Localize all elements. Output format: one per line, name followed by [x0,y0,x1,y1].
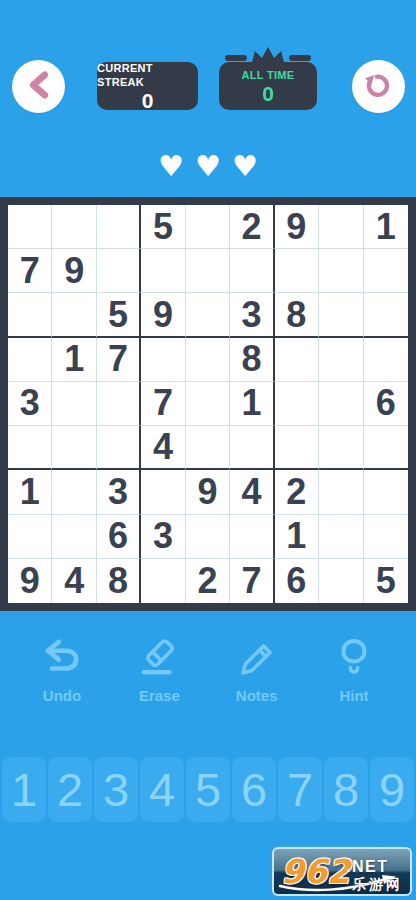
cell-r2c7[interactable] [275,249,319,293]
cell-r7c3[interactable]: 3 [97,470,141,514]
heart-icon: ♥ [232,149,258,183]
numpad: 123456789 [2,757,414,822]
hint-button[interactable]: Hint [320,637,388,704]
cell-r7c8[interactable] [319,470,363,514]
undo-icon [39,637,85,677]
numpad-key-6[interactable]: 6 [232,757,276,822]
current-streak-label: CURRENT STREAK [97,61,198,89]
cell-r4c6[interactable]: 8 [230,338,274,382]
sudoku-app-screen: CURRENT STREAK 0 ALL TIME 0 ♥♥♥ 52917959… [0,0,416,900]
cell-r3c4[interactable]: 9 [141,293,185,337]
cell-r2c4[interactable] [141,249,185,293]
cell-r7c5[interactable]: 9 [186,470,230,514]
cell-r7c6[interactable]: 4 [230,470,274,514]
erase-label: Erase [139,687,180,704]
cell-r4c1[interactable] [8,338,52,382]
cell-r4c7[interactable] [275,338,319,382]
cell-r1c6[interactable]: 2 [230,205,274,249]
right-dash-decoration [289,55,311,61]
cell-r5c8[interactable] [319,382,363,426]
cell-r4c4[interactable] [141,338,185,382]
undo-label: Undo [43,687,81,704]
cell-r2c2[interactable]: 9 [52,249,96,293]
cell-r1c7[interactable]: 9 [275,205,319,249]
undo-button[interactable]: Undo [28,637,96,704]
restart-button[interactable] [352,60,405,113]
sudoku-board: 529179593817837164139426319482765 [0,197,416,611]
cell-r8c2[interactable] [52,515,96,559]
cell-r8c4[interactable]: 3 [141,515,185,559]
cell-r3c3[interactable]: 5 [97,293,141,337]
cell-r6c3[interactable] [97,426,141,470]
cell-r5c1[interactable]: 3 [8,382,52,426]
cell-r5c3[interactable] [97,382,141,426]
cell-r8c5[interactable] [186,515,230,559]
cell-r3c5[interactable] [186,293,230,337]
cell-r4c2[interactable]: 1 [52,338,96,382]
watermark-net-suffix: .NET [346,858,388,876]
cell-r5c7[interactable] [275,382,319,426]
back-chevron-icon [26,70,51,103]
cell-r8c7[interactable]: 1 [275,515,319,559]
cell-r9c1[interactable]: 9 [8,559,52,603]
lives: ♥♥♥ [0,149,416,183]
pencil-icon [234,637,280,677]
erase-button[interactable]: Erase [125,637,193,704]
watermark: 962 .NET 乐游网 [272,847,412,896]
current-streak-value: 0 [142,89,154,112]
numpad-key-4[interactable]: 4 [140,757,184,822]
cell-r6c1[interactable] [8,426,52,470]
lightbulb-icon [331,637,377,677]
cell-r2c8[interactable] [319,249,363,293]
hint-label: Hint [339,687,368,704]
cell-r2c1[interactable]: 7 [8,249,52,293]
cell-r9c6[interactable]: 7 [230,559,274,603]
eraser-icon [136,637,182,677]
cell-r9c3[interactable]: 8 [97,559,141,603]
cell-r9c8[interactable] [319,559,363,603]
cell-r9c9[interactable]: 5 [364,559,408,603]
cell-r7c7[interactable]: 2 [275,470,319,514]
cell-r2c5[interactable] [186,249,230,293]
cell-r8c8[interactable] [319,515,363,559]
cell-r3c7[interactable]: 8 [275,293,319,337]
cell-r3c9[interactable] [364,293,408,337]
restart-icon [364,71,393,103]
notes-label: Notes [236,687,278,704]
watermark-site-name: 乐游网 [352,876,403,894]
cell-r8c1[interactable] [8,515,52,559]
cell-r8c6[interactable] [230,515,274,559]
cell-r1c9[interactable]: 1 [364,205,408,249]
cell-r9c2[interactable]: 4 [52,559,96,603]
notes-button[interactable]: Notes [223,637,291,704]
cell-r6c9[interactable] [364,426,408,470]
cell-r5c6[interactable]: 1 [230,382,274,426]
cell-r7c1[interactable]: 1 [8,470,52,514]
all-time-label: ALL TIME [242,68,295,82]
cell-r5c2[interactable] [52,382,96,426]
cell-r3c8[interactable] [319,293,363,337]
cell-r9c7[interactable]: 6 [275,559,319,603]
cell-r7c9[interactable] [364,470,408,514]
cell-r1c1[interactable] [8,205,52,249]
cell-r7c4[interactable] [141,470,185,514]
numpad-key-9[interactable]: 9 [370,757,414,822]
all-time-value: 0 [262,82,274,105]
cell-r4c3[interactable]: 7 [97,338,141,382]
cell-r4c8[interactable] [319,338,363,382]
cell-r4c9[interactable] [364,338,408,382]
all-time-badge: ALL TIME 0 [219,62,317,110]
cell-r4c5[interactable] [186,338,230,382]
cell-r6c4[interactable]: 4 [141,426,185,470]
cell-r1c2[interactable] [52,205,96,249]
numpad-key-3[interactable]: 3 [94,757,138,822]
cell-r2c6[interactable] [230,249,274,293]
numpad-key-7[interactable]: 7 [278,757,322,822]
numpad-key-2[interactable]: 2 [48,757,92,822]
left-dash-decoration [225,55,247,61]
cell-r3c6[interactable]: 3 [230,293,274,337]
cell-r6c7[interactable] [275,426,319,470]
cell-r9c5[interactable]: 2 [186,559,230,603]
cell-r8c3[interactable]: 6 [97,515,141,559]
cell-r1c4[interactable]: 5 [141,205,185,249]
cell-r3c2[interactable] [52,293,96,337]
cell-r2c9[interactable] [364,249,408,293]
cell-r1c8[interactable] [319,205,363,249]
cell-r1c3[interactable] [97,205,141,249]
cell-r8c9[interactable] [364,515,408,559]
cell-r5c9[interactable]: 6 [364,382,408,426]
cell-r6c6[interactable] [230,426,274,470]
watermark-logo-962: 962 [281,849,350,894]
cell-r5c5[interactable] [186,382,230,426]
current-streak-badge: CURRENT STREAK 0 [97,62,198,110]
numpad-key-1[interactable]: 1 [2,757,46,822]
cell-r7c2[interactable] [52,470,96,514]
cell-r2c3[interactable] [97,249,141,293]
cell-r3c1[interactable] [8,293,52,337]
toolbar: Undo Erase [0,637,416,704]
heart-icon: ♥ [195,149,221,183]
cell-r6c5[interactable] [186,426,230,470]
cell-r9c4[interactable] [141,559,185,603]
cell-r5c4[interactable]: 7 [141,382,185,426]
numpad-key-5[interactable]: 5 [186,757,230,822]
cell-r1c5[interactable] [186,205,230,249]
numpad-key-8[interactable]: 8 [324,757,368,822]
heart-icon: ♥ [158,149,184,183]
back-button[interactable] [12,60,65,113]
cell-r6c8[interactable] [319,426,363,470]
cell-r6c2[interactable] [52,426,96,470]
